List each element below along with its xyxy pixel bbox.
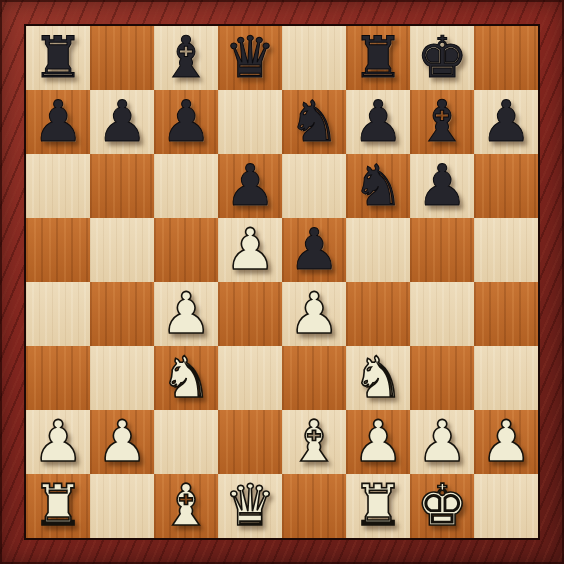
square-g3[interactable] — [410, 346, 474, 410]
square-f4[interactable] — [346, 282, 410, 346]
piece-white-pawn[interactable]: ♟ — [96, 413, 147, 470]
piece-white-pawn[interactable]: ♟ — [480, 413, 531, 470]
square-g8[interactable]: ♚ — [410, 26, 474, 90]
piece-white-pawn[interactable]: ♟ — [352, 413, 403, 470]
piece-white-knight[interactable]: ♞ — [160, 349, 211, 406]
piece-black-pawn[interactable]: ♟ — [416, 157, 467, 214]
square-b6[interactable] — [90, 154, 154, 218]
square-d4[interactable] — [218, 282, 282, 346]
square-c8[interactable]: ♝ — [154, 26, 218, 90]
piece-white-rook[interactable]: ♜ — [352, 477, 403, 534]
square-d8[interactable]: ♛ — [218, 26, 282, 90]
square-f2[interactable]: ♟ — [346, 410, 410, 474]
square-f3[interactable]: ♞ — [346, 346, 410, 410]
piece-white-knight[interactable]: ♞ — [352, 349, 403, 406]
piece-black-pawn[interactable]: ♟ — [480, 93, 531, 150]
square-d6[interactable]: ♟ — [218, 154, 282, 218]
square-h3[interactable] — [474, 346, 538, 410]
square-c5[interactable] — [154, 218, 218, 282]
square-a1[interactable]: ♜ — [26, 474, 90, 538]
piece-white-queen[interactable]: ♛ — [224, 477, 275, 534]
piece-black-pawn[interactable]: ♟ — [288, 221, 339, 278]
piece-white-pawn[interactable]: ♟ — [288, 285, 339, 342]
square-a7[interactable]: ♟ — [26, 90, 90, 154]
square-d5[interactable]: ♟ — [218, 218, 282, 282]
piece-white-pawn[interactable]: ♟ — [416, 413, 467, 470]
piece-white-pawn[interactable]: ♟ — [224, 221, 275, 278]
square-h2[interactable]: ♟ — [474, 410, 538, 474]
chess-board: ♜♝♛♜♚♟♟♟♞♟♝♟♟♞♟♟♟♟♟♞♞♟♟♝♟♟♟♜♝♛♜♚ — [24, 24, 540, 540]
square-e3[interactable] — [282, 346, 346, 410]
square-h6[interactable] — [474, 154, 538, 218]
piece-black-rook[interactable]: ♜ — [32, 29, 83, 86]
square-f6[interactable]: ♞ — [346, 154, 410, 218]
square-c2[interactable] — [154, 410, 218, 474]
square-g6[interactable]: ♟ — [410, 154, 474, 218]
square-e6[interactable] — [282, 154, 346, 218]
square-e1[interactable] — [282, 474, 346, 538]
piece-black-pawn[interactable]: ♟ — [96, 93, 147, 150]
piece-black-pawn[interactable]: ♟ — [160, 93, 211, 150]
square-b8[interactable] — [90, 26, 154, 90]
square-e4[interactable]: ♟ — [282, 282, 346, 346]
piece-black-rook[interactable]: ♜ — [352, 29, 403, 86]
piece-white-bishop[interactable]: ♝ — [288, 413, 339, 470]
square-g4[interactable] — [410, 282, 474, 346]
square-c7[interactable]: ♟ — [154, 90, 218, 154]
piece-black-pawn[interactable]: ♟ — [32, 93, 83, 150]
piece-black-pawn[interactable]: ♟ — [224, 157, 275, 214]
square-h5[interactable] — [474, 218, 538, 282]
piece-white-pawn[interactable]: ♟ — [160, 285, 211, 342]
square-f8[interactable]: ♜ — [346, 26, 410, 90]
piece-white-rook[interactable]: ♜ — [32, 477, 83, 534]
square-h4[interactable] — [474, 282, 538, 346]
square-g5[interactable] — [410, 218, 474, 282]
square-a5[interactable] — [26, 218, 90, 282]
square-g7[interactable]: ♝ — [410, 90, 474, 154]
square-b7[interactable]: ♟ — [90, 90, 154, 154]
square-b1[interactable] — [90, 474, 154, 538]
square-e5[interactable]: ♟ — [282, 218, 346, 282]
piece-black-knight[interactable]: ♞ — [288, 93, 339, 150]
square-h7[interactable]: ♟ — [474, 90, 538, 154]
square-b2[interactable]: ♟ — [90, 410, 154, 474]
square-d1[interactable]: ♛ — [218, 474, 282, 538]
piece-black-pawn[interactable]: ♟ — [352, 93, 403, 150]
board-frame: ♜♝♛♜♚♟♟♟♞♟♝♟♟♞♟♟♟♟♟♞♞♟♟♝♟♟♟♜♝♛♜♚ — [0, 0, 564, 564]
square-e2[interactable]: ♝ — [282, 410, 346, 474]
square-f5[interactable] — [346, 218, 410, 282]
square-e7[interactable]: ♞ — [282, 90, 346, 154]
square-e8[interactable] — [282, 26, 346, 90]
square-d7[interactable] — [218, 90, 282, 154]
square-b3[interactable] — [90, 346, 154, 410]
square-a3[interactable] — [26, 346, 90, 410]
square-b4[interactable] — [90, 282, 154, 346]
square-d3[interactable] — [218, 346, 282, 410]
square-g1[interactable]: ♚ — [410, 474, 474, 538]
square-a4[interactable] — [26, 282, 90, 346]
piece-black-bishop[interactable]: ♝ — [160, 29, 211, 86]
piece-black-queen[interactable]: ♛ — [224, 29, 275, 86]
square-a8[interactable]: ♜ — [26, 26, 90, 90]
square-c3[interactable]: ♞ — [154, 346, 218, 410]
square-b5[interactable] — [90, 218, 154, 282]
piece-white-king[interactable]: ♚ — [416, 477, 467, 534]
piece-black-king[interactable]: ♚ — [416, 29, 467, 86]
piece-white-bishop[interactable]: ♝ — [160, 477, 211, 534]
piece-black-knight[interactable]: ♞ — [352, 157, 403, 214]
square-a2[interactable]: ♟ — [26, 410, 90, 474]
square-g2[interactable]: ♟ — [410, 410, 474, 474]
square-c1[interactable]: ♝ — [154, 474, 218, 538]
square-f1[interactable]: ♜ — [346, 474, 410, 538]
square-c6[interactable] — [154, 154, 218, 218]
square-a6[interactable] — [26, 154, 90, 218]
piece-white-pawn[interactable]: ♟ — [32, 413, 83, 470]
piece-black-bishop[interactable]: ♝ — [416, 93, 467, 150]
square-f7[interactable]: ♟ — [346, 90, 410, 154]
square-h8[interactable] — [474, 26, 538, 90]
square-h1[interactable] — [474, 474, 538, 538]
square-c4[interactable]: ♟ — [154, 282, 218, 346]
square-d2[interactable] — [218, 410, 282, 474]
